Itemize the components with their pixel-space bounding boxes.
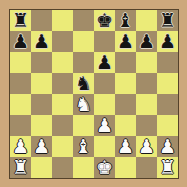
square-c8[interactable]: [52, 10, 73, 31]
square-a4[interactable]: [10, 94, 31, 115]
piece-black-pawn-b7[interactable]: ♟: [33, 31, 50, 52]
square-e6[interactable]: ♟: [94, 52, 115, 73]
piece-white-pawn-e3[interactable]: ♟: [96, 115, 113, 136]
square-f8[interactable]: ♝: [115, 10, 136, 31]
piece-black-pawn-g7[interactable]: ♟: [138, 31, 155, 52]
square-e5[interactable]: [94, 73, 115, 94]
square-b5[interactable]: [31, 73, 52, 94]
square-d3[interactable]: [73, 115, 94, 136]
square-c5[interactable]: [52, 73, 73, 94]
square-d8[interactable]: [73, 10, 94, 31]
square-e8[interactable]: ♚: [94, 10, 115, 31]
square-g6[interactable]: [136, 52, 157, 73]
piece-white-pawn-h2[interactable]: ♟: [159, 136, 176, 157]
square-a2[interactable]: ♟: [10, 136, 31, 157]
piece-white-rook-a1[interactable]: ♜: [12, 157, 29, 178]
square-g4[interactable]: [136, 94, 157, 115]
piece-white-pawn-a2[interactable]: ♟: [12, 136, 29, 157]
piece-white-bishop-d2[interactable]: ♝: [75, 136, 92, 157]
square-h4[interactable]: [157, 94, 178, 115]
piece-black-pawn-h7[interactable]: ♟: [159, 31, 176, 52]
square-c4[interactable]: [52, 94, 73, 115]
square-b1[interactable]: [31, 157, 52, 178]
square-b8[interactable]: [31, 10, 52, 31]
square-f3[interactable]: [115, 115, 136, 136]
square-d5[interactable]: ♞: [73, 73, 94, 94]
square-e3[interactable]: ♟: [94, 115, 115, 136]
square-b3[interactable]: [31, 115, 52, 136]
square-h6[interactable]: [157, 52, 178, 73]
square-f5[interactable]: [115, 73, 136, 94]
square-f7[interactable]: ♟: [115, 31, 136, 52]
square-g5[interactable]: [136, 73, 157, 94]
square-h2[interactable]: ♟: [157, 136, 178, 157]
square-g8[interactable]: [136, 10, 157, 31]
piece-black-pawn-a7[interactable]: ♟: [12, 31, 29, 52]
square-e1[interactable]: ♚: [94, 157, 115, 178]
square-g1[interactable]: [136, 157, 157, 178]
square-d7[interactable]: [73, 31, 94, 52]
square-b6[interactable]: [31, 52, 52, 73]
square-a1[interactable]: ♜: [10, 157, 31, 178]
square-b7[interactable]: ♟: [31, 31, 52, 52]
square-g3[interactable]: [136, 115, 157, 136]
square-c2[interactable]: [52, 136, 73, 157]
square-b4[interactable]: [31, 94, 52, 115]
square-d1[interactable]: [73, 157, 94, 178]
square-f6[interactable]: [115, 52, 136, 73]
square-h8[interactable]: ♜: [157, 10, 178, 31]
square-c1[interactable]: [52, 157, 73, 178]
square-a3[interactable]: [10, 115, 31, 136]
square-a7[interactable]: ♟: [10, 31, 31, 52]
piece-white-king-e1[interactable]: ♚: [96, 157, 113, 178]
piece-black-pawn-e6[interactable]: ♟: [96, 52, 113, 73]
square-c3[interactable]: [52, 115, 73, 136]
square-f2[interactable]: ♟: [115, 136, 136, 157]
square-d2[interactable]: ♝: [73, 136, 94, 157]
piece-black-bishop-f8[interactable]: ♝: [117, 10, 134, 31]
piece-white-rook-h1[interactable]: ♜: [159, 157, 176, 178]
piece-white-pawn-f2[interactable]: ♟: [117, 136, 134, 157]
piece-white-pawn-g2[interactable]: ♟: [138, 136, 155, 157]
square-c7[interactable]: [52, 31, 73, 52]
square-e2[interactable]: [94, 136, 115, 157]
piece-black-pawn-f7[interactable]: ♟: [117, 31, 134, 52]
square-h7[interactable]: ♟: [157, 31, 178, 52]
square-h1[interactable]: ♜: [157, 157, 178, 178]
square-d4[interactable]: ♞: [73, 94, 94, 115]
piece-black-knight-d5[interactable]: ♞: [75, 73, 92, 94]
square-g7[interactable]: ♟: [136, 31, 157, 52]
square-d6[interactable]: [73, 52, 94, 73]
piece-white-knight-d4[interactable]: ♞: [75, 94, 92, 115]
piece-black-king-e8[interactable]: ♚: [96, 10, 113, 31]
square-a5[interactable]: [10, 73, 31, 94]
square-a8[interactable]: ♜: [10, 10, 31, 31]
square-f4[interactable]: [115, 94, 136, 115]
square-f1[interactable]: [115, 157, 136, 178]
piece-black-rook-a8[interactable]: ♜: [12, 10, 29, 31]
square-g2[interactable]: ♟: [136, 136, 157, 157]
piece-white-pawn-b2[interactable]: ♟: [33, 136, 50, 157]
square-e7[interactable]: [94, 31, 115, 52]
square-e4[interactable]: [94, 94, 115, 115]
square-h5[interactable]: [157, 73, 178, 94]
piece-black-rook-h8[interactable]: ♜: [159, 10, 176, 31]
square-b2[interactable]: ♟: [31, 136, 52, 157]
square-h3[interactable]: [157, 115, 178, 136]
chess-board: ♜♚♝♜♟♟♟♟♟♟♞♞♟♟♟♝♟♟♟♜♚♜: [9, 9, 179, 179]
square-c6[interactable]: [52, 52, 73, 73]
square-a6[interactable]: [10, 52, 31, 73]
